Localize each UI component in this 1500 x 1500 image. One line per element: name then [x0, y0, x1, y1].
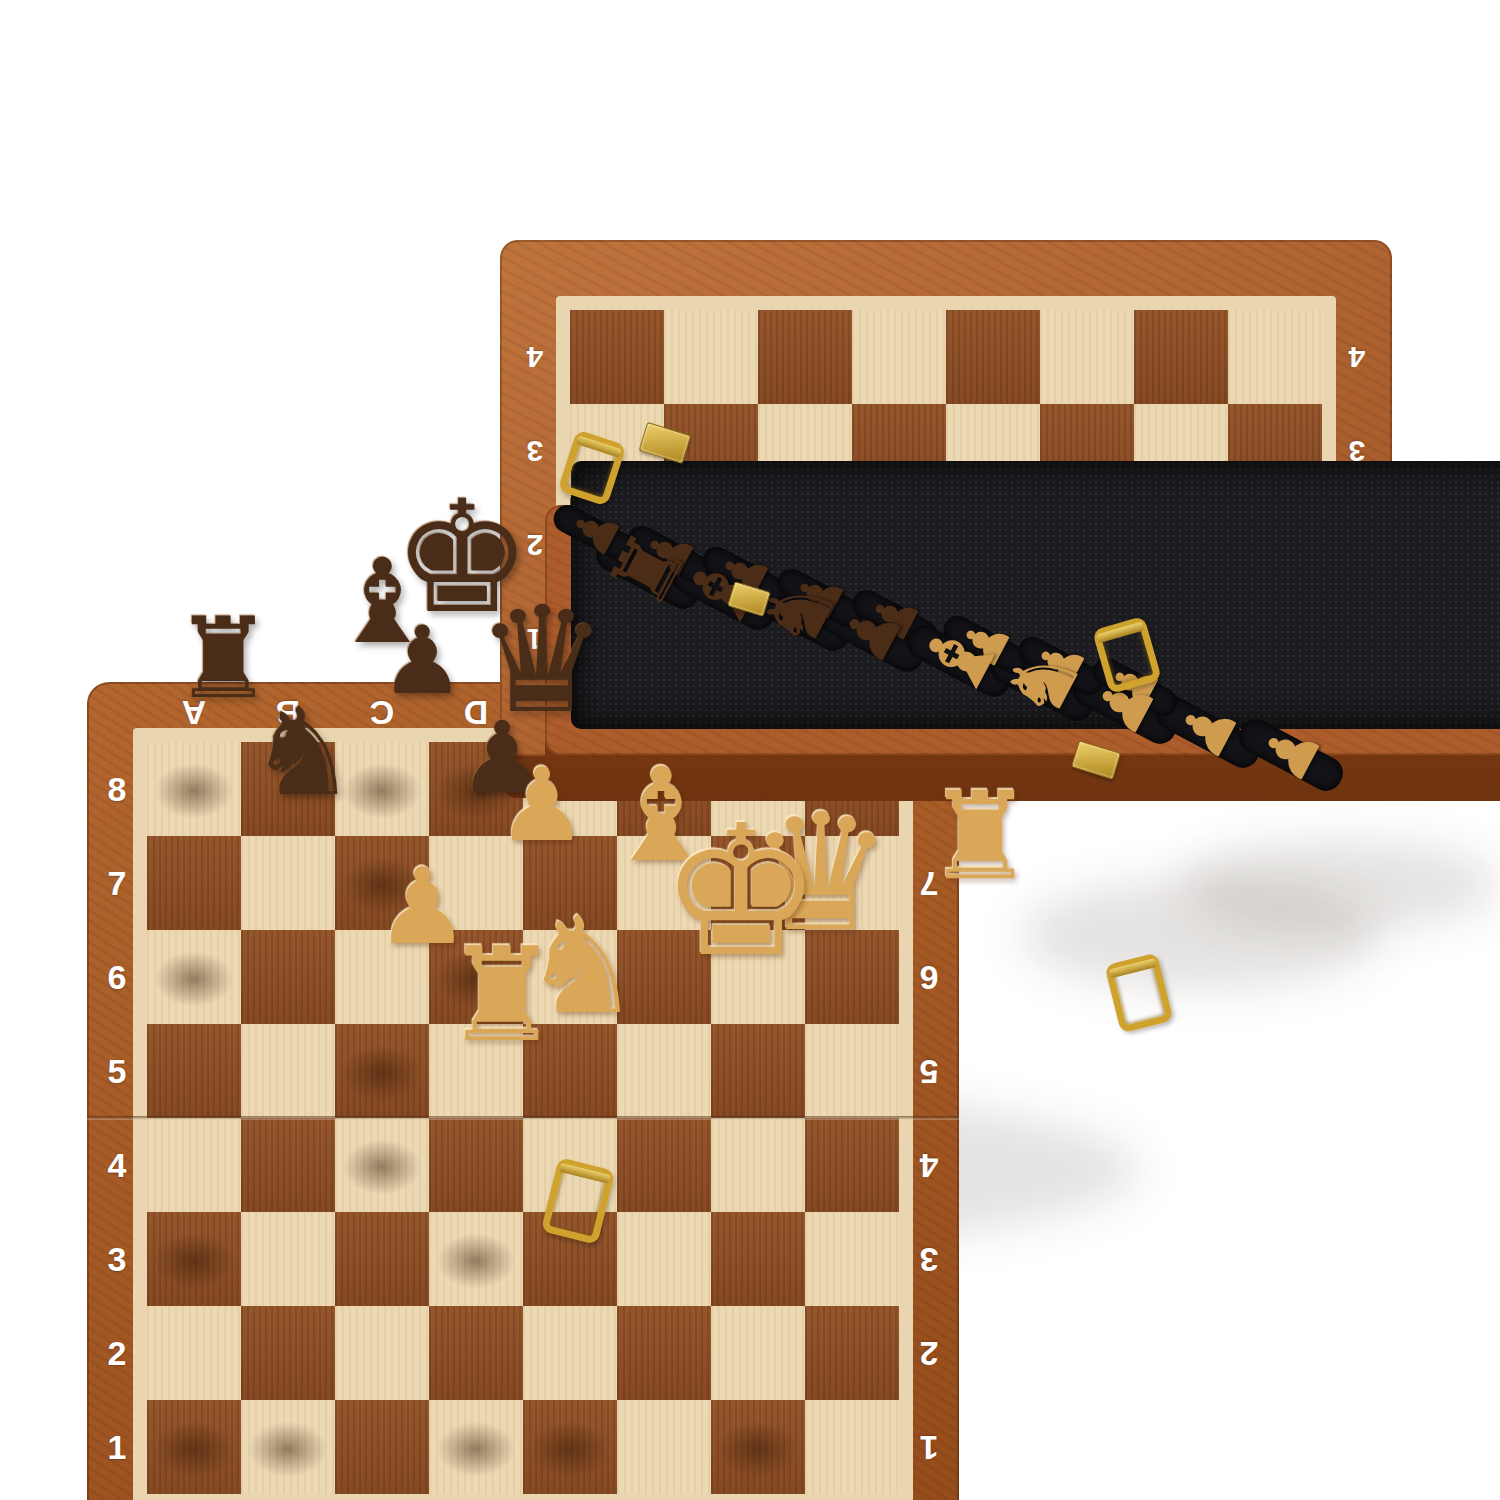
square-h3	[805, 1212, 899, 1306]
rank-label-right-6: 6	[920, 958, 939, 997]
square-g2	[711, 1306, 805, 1400]
lid-square-h4	[1228, 310, 1322, 404]
piece-shadow-a6	[154, 951, 234, 1007]
rank-label-left-1: 1	[108, 1428, 127, 1467]
piece-shadow-g1	[718, 1421, 798, 1477]
rank-label-left-4: 4	[108, 1146, 127, 1185]
piece-shadow-a1	[154, 1421, 234, 1477]
rank-label-left-8: 8	[108, 770, 127, 809]
rank-label-left-5: 5	[108, 1052, 127, 1091]
fold-seam	[87, 1116, 959, 1120]
piece-shadow-d3	[436, 1233, 516, 1289]
lid-square-g4	[1134, 310, 1228, 404]
piece-white-king-d1: ♚	[660, 801, 822, 982]
rank-label-right-3: 3	[920, 1240, 939, 1279]
square-f1	[617, 1400, 711, 1494]
square-f3	[617, 1212, 711, 1306]
product-photo-scene: AABBCCDDEEFFGGHH1122334455667788 ABCDEFG…	[0, 0, 1500, 1500]
case-shadow	[1180, 840, 1500, 930]
rank-label-right-5: 5	[920, 1052, 939, 1091]
square-h2	[805, 1306, 899, 1400]
square-h5	[805, 1024, 899, 1118]
square-a7	[147, 836, 241, 930]
rank-label-left-3: 3	[108, 1240, 127, 1279]
square-g3	[711, 1212, 805, 1306]
lid-square-b4	[664, 310, 758, 404]
square-a2	[147, 1306, 241, 1400]
square-h4	[805, 1118, 899, 1212]
square-b4	[241, 1118, 335, 1212]
piece-black-knight-a6: ♞	[249, 692, 357, 813]
lid-rank-label-left-4: 4	[527, 340, 544, 374]
piece-black-pawn-c7: ♟	[380, 614, 464, 708]
piece-white-rook-g1: ♜	[926, 776, 1034, 897]
square-g4	[711, 1118, 805, 1212]
rank-label-right-2: 2	[920, 1334, 939, 1373]
lid-square-e4	[946, 310, 1040, 404]
square-c1	[335, 1400, 429, 1494]
rank-label-left-7: 7	[108, 864, 127, 903]
square-g5	[711, 1024, 805, 1118]
piece-shadow-b1	[248, 1421, 328, 1477]
square-h1	[805, 1400, 899, 1494]
square-d4	[429, 1118, 523, 1212]
lid-square-d4	[852, 310, 946, 404]
lid-square-c4	[758, 310, 852, 404]
square-c2	[335, 1306, 429, 1400]
piece-white-rook-a1: ♜	[444, 930, 561, 1060]
square-a4	[147, 1118, 241, 1212]
rank-label-left-2: 2	[108, 1334, 127, 1373]
square-b2	[241, 1306, 335, 1400]
square-d2	[429, 1306, 523, 1400]
square-b6	[241, 930, 335, 1024]
square-e2	[523, 1306, 617, 1400]
square-f2	[617, 1306, 711, 1400]
piece-shadow-a8	[154, 763, 234, 819]
piece-shadow-e1	[530, 1421, 610, 1477]
rank-label-right-1: 1	[920, 1428, 939, 1467]
square-b5	[241, 1024, 335, 1118]
square-b3	[241, 1212, 335, 1306]
piece-shadow-d1	[436, 1421, 516, 1477]
rank-label-right-4: 4	[920, 1146, 939, 1185]
lid-rank-label-right-4: 4	[1349, 340, 1366, 374]
square-f4	[617, 1118, 711, 1212]
piece-shadow-a3	[154, 1233, 234, 1289]
piece-shadow-c4	[342, 1139, 422, 1195]
lid-rank-label-left-3: 3	[527, 434, 544, 468]
square-c3	[335, 1212, 429, 1306]
square-a5	[147, 1024, 241, 1118]
piece-white-pawn-c4: ♟	[497, 755, 588, 856]
square-b7	[241, 836, 335, 930]
rank-label-left-6: 6	[108, 958, 127, 997]
lid-square-a4	[570, 310, 664, 404]
lid-square-f4	[1040, 310, 1134, 404]
piece-shadow-c5	[342, 1045, 422, 1101]
